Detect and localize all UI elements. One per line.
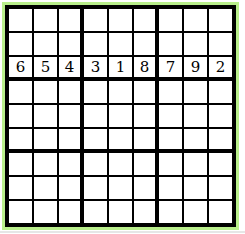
cell-r9c5[interactable] xyxy=(109,201,132,223)
cell-r7c5[interactable] xyxy=(109,153,132,175)
cell-r3c7[interactable]: 7 xyxy=(159,57,182,79)
cell-r7c8[interactable] xyxy=(184,153,207,175)
cell-r1c3[interactable] xyxy=(59,9,82,31)
cell-r5c9[interactable] xyxy=(209,105,232,127)
cell-r2c8[interactable] xyxy=(184,33,207,55)
cell-r7c7[interactable] xyxy=(159,153,182,175)
cell-r9c4[interactable] xyxy=(84,201,107,223)
cell-r3c8[interactable]: 9 xyxy=(184,57,207,79)
cell-r2c4[interactable] xyxy=(84,33,107,55)
cell-r9c7[interactable] xyxy=(159,201,182,223)
cell-r6c4[interactable] xyxy=(84,129,107,151)
cell-r8c7[interactable] xyxy=(159,177,182,199)
cell-r9c3[interactable] xyxy=(59,201,82,223)
cell-r3c5[interactable]: 1 xyxy=(109,57,132,79)
cell-r8c1[interactable] xyxy=(9,177,32,199)
cell-r4c9[interactable] xyxy=(209,81,232,103)
cell-r4c6[interactable] xyxy=(134,81,157,103)
cell-r2c3[interactable] xyxy=(59,33,82,55)
cell-r1c1[interactable] xyxy=(9,9,32,31)
cell-r1c5[interactable] xyxy=(109,9,132,31)
cell-r7c2[interactable] xyxy=(34,153,57,175)
cell-r5c7[interactable] xyxy=(159,105,182,127)
cell-r3c2[interactable]: 5 xyxy=(34,57,57,79)
screenshot-stage: 654318792 xyxy=(0,0,245,234)
cell-r3c3[interactable]: 4 xyxy=(59,57,82,79)
cell-r5c2[interactable] xyxy=(34,105,57,127)
cell-r6c1[interactable] xyxy=(9,129,32,151)
cell-r6c6[interactable] xyxy=(134,129,157,151)
cell-r6c3[interactable] xyxy=(59,129,82,151)
cell-r8c4[interactable] xyxy=(84,177,107,199)
cell-r9c2[interactable] xyxy=(34,201,57,223)
cell-r7c3[interactable] xyxy=(59,153,82,175)
cell-r3c9[interactable]: 2 xyxy=(209,57,232,79)
sudoku-board: 654318792 xyxy=(2,2,239,230)
cell-r5c8[interactable] xyxy=(184,105,207,127)
cell-r4c1[interactable] xyxy=(9,81,32,103)
cell-r6c5[interactable] xyxy=(109,129,132,151)
cell-r2c1[interactable] xyxy=(9,33,32,55)
cell-r7c4[interactable] xyxy=(84,153,107,175)
cell-r9c6[interactable] xyxy=(134,201,157,223)
sudoku-grid: 654318792 xyxy=(5,5,236,227)
cell-r5c1[interactable] xyxy=(9,105,32,127)
cell-r3c6[interactable]: 8 xyxy=(134,57,157,79)
cell-r1c6[interactable] xyxy=(134,9,157,31)
cell-r1c9[interactable] xyxy=(209,9,232,31)
cell-r2c2[interactable] xyxy=(34,33,57,55)
cell-r3c4[interactable]: 3 xyxy=(84,57,107,79)
window-bottom-edge xyxy=(0,231,245,233)
cell-r2c7[interactable] xyxy=(159,33,182,55)
cell-r6c9[interactable] xyxy=(209,129,232,151)
cell-r5c3[interactable] xyxy=(59,105,82,127)
cell-r6c7[interactable] xyxy=(159,129,182,151)
cell-r4c4[interactable] xyxy=(84,81,107,103)
cell-r2c9[interactable] xyxy=(209,33,232,55)
cell-r6c2[interactable] xyxy=(34,129,57,151)
cell-r8c6[interactable] xyxy=(134,177,157,199)
cell-r4c7[interactable] xyxy=(159,81,182,103)
cell-r1c7[interactable] xyxy=(159,9,182,31)
cell-r8c8[interactable] xyxy=(184,177,207,199)
cell-r4c2[interactable] xyxy=(34,81,57,103)
cell-r4c3[interactable] xyxy=(59,81,82,103)
cell-r3c1[interactable]: 6 xyxy=(9,57,32,79)
cell-r8c2[interactable] xyxy=(34,177,57,199)
cell-r5c4[interactable] xyxy=(84,105,107,127)
cell-r8c9[interactable] xyxy=(209,177,232,199)
cell-r7c6[interactable] xyxy=(134,153,157,175)
cell-r1c8[interactable] xyxy=(184,9,207,31)
cell-r9c9[interactable] xyxy=(209,201,232,223)
cell-r4c5[interactable] xyxy=(109,81,132,103)
cell-r9c8[interactable] xyxy=(184,201,207,223)
cell-r2c6[interactable] xyxy=(134,33,157,55)
cell-r2c5[interactable] xyxy=(109,33,132,55)
cell-r1c2[interactable] xyxy=(34,9,57,31)
cell-r8c5[interactable] xyxy=(109,177,132,199)
cell-r5c6[interactable] xyxy=(134,105,157,127)
cell-r7c9[interactable] xyxy=(209,153,232,175)
cell-r8c3[interactable] xyxy=(59,177,82,199)
cell-r4c8[interactable] xyxy=(184,81,207,103)
cell-r7c1[interactable] xyxy=(9,153,32,175)
cell-r9c1[interactable] xyxy=(9,201,32,223)
cell-r5c5[interactable] xyxy=(109,105,132,127)
cell-r1c4[interactable] xyxy=(84,9,107,31)
cell-r6c8[interactable] xyxy=(184,129,207,151)
